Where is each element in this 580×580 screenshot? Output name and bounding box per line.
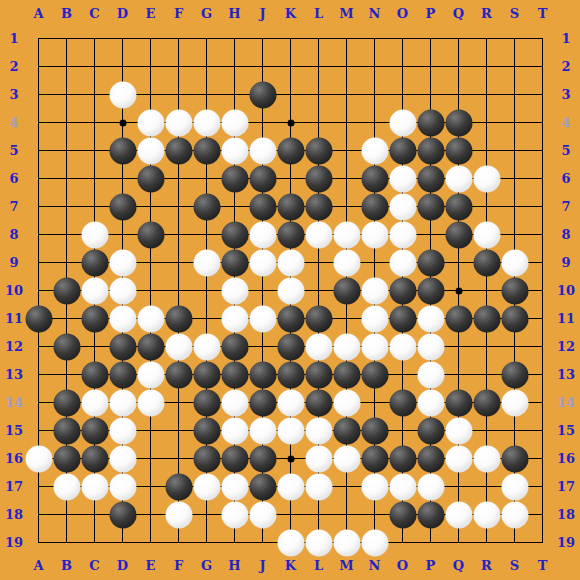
stone-white <box>277 529 304 556</box>
stone-black <box>417 193 444 220</box>
coord-label-right-12: 12 <box>552 338 580 356</box>
stone-black <box>277 333 304 360</box>
coord-label-bottom-E: E <box>137 557 165 575</box>
stone-white <box>221 473 248 500</box>
coord-label-left-14: 14 <box>0 394 28 412</box>
stone-black <box>249 193 276 220</box>
stone-black <box>333 417 360 444</box>
stone-white <box>305 221 332 248</box>
coord-label-right-17: 17 <box>552 478 580 496</box>
stone-black <box>249 445 276 472</box>
stone-black <box>53 277 80 304</box>
stone-black <box>165 137 192 164</box>
coord-label-right-9: 9 <box>552 254 580 272</box>
stone-black <box>305 137 332 164</box>
stone-black <box>305 193 332 220</box>
stone-black <box>473 389 500 416</box>
coord-label-bottom-O: O <box>389 557 417 575</box>
stone-black <box>417 165 444 192</box>
coord-label-top-D: D <box>109 5 137 23</box>
stone-black <box>361 165 388 192</box>
coord-label-right-6: 6 <box>552 170 580 188</box>
stone-black <box>333 361 360 388</box>
stone-black <box>109 333 136 360</box>
stone-white <box>137 305 164 332</box>
stone-white <box>137 109 164 136</box>
coord-label-left-10: 10 <box>0 282 28 300</box>
stone-white <box>417 361 444 388</box>
stone-white <box>445 501 472 528</box>
stone-black <box>277 193 304 220</box>
go-board[interactable]: AABBCCDDEEFFGGHHJJKKLLMMNNOOPPQQRRSSTT11… <box>0 0 580 580</box>
stone-black <box>193 445 220 472</box>
stone-white <box>109 81 136 108</box>
stone-white <box>277 417 304 444</box>
stone-black <box>165 305 192 332</box>
coord-label-bottom-K: K <box>277 557 305 575</box>
stone-black <box>417 109 444 136</box>
stone-white <box>333 221 360 248</box>
stone-black <box>193 361 220 388</box>
coord-label-left-9: 9 <box>0 254 28 272</box>
stone-white <box>305 417 332 444</box>
stone-white <box>221 389 248 416</box>
coord-label-left-3: 3 <box>0 86 28 104</box>
coord-label-bottom-H: H <box>221 557 249 575</box>
stone-black <box>277 137 304 164</box>
stone-white <box>165 501 192 528</box>
coord-label-right-13: 13 <box>552 366 580 384</box>
coord-label-top-P: P <box>417 5 445 23</box>
stone-white <box>333 529 360 556</box>
stone-black <box>109 501 136 528</box>
coord-label-right-8: 8 <box>552 226 580 244</box>
stone-white <box>389 193 416 220</box>
coord-label-bottom-L: L <box>305 557 333 575</box>
stone-white <box>109 445 136 472</box>
stone-black <box>361 417 388 444</box>
stone-white <box>305 445 332 472</box>
stone-black <box>221 333 248 360</box>
coord-label-left-4: 4 <box>0 114 28 132</box>
stone-white <box>333 445 360 472</box>
coord-label-right-4: 4 <box>552 114 580 132</box>
stone-black <box>221 361 248 388</box>
coord-label-left-7: 7 <box>0 198 28 216</box>
coord-label-right-15: 15 <box>552 422 580 440</box>
stone-black <box>417 501 444 528</box>
stone-white <box>389 249 416 276</box>
stone-white <box>193 249 220 276</box>
coord-label-right-14: 14 <box>552 394 580 412</box>
stone-white <box>361 529 388 556</box>
coord-label-top-K: K <box>277 5 305 23</box>
stone-black <box>165 473 192 500</box>
coord-label-top-T: T <box>529 5 557 23</box>
stone-black <box>389 501 416 528</box>
stone-white <box>25 445 52 472</box>
stone-black <box>473 305 500 332</box>
stone-black <box>249 81 276 108</box>
stone-black <box>389 305 416 332</box>
stone-white <box>417 473 444 500</box>
stone-white <box>137 389 164 416</box>
stone-white <box>277 249 304 276</box>
stone-black <box>193 193 220 220</box>
stone-white <box>445 445 472 472</box>
stone-black <box>501 305 528 332</box>
stone-black <box>221 249 248 276</box>
stone-black <box>277 221 304 248</box>
stone-white <box>81 221 108 248</box>
stone-black <box>417 277 444 304</box>
stone-black <box>445 137 472 164</box>
coord-label-top-A: A <box>25 5 53 23</box>
stone-black <box>445 193 472 220</box>
stone-white <box>277 473 304 500</box>
stone-white <box>193 109 220 136</box>
coord-label-left-16: 16 <box>0 450 28 468</box>
stone-black <box>277 361 304 388</box>
stone-white <box>277 277 304 304</box>
stone-black <box>501 361 528 388</box>
stone-black <box>249 165 276 192</box>
stone-black <box>81 445 108 472</box>
coord-label-left-17: 17 <box>0 478 28 496</box>
stone-white <box>53 473 80 500</box>
coord-label-right-19: 19 <box>552 534 580 552</box>
coord-label-bottom-A: A <box>25 557 53 575</box>
coord-label-top-J: J <box>249 5 277 23</box>
stone-white <box>109 473 136 500</box>
stone-white <box>361 473 388 500</box>
stone-black <box>193 417 220 444</box>
stone-black <box>445 389 472 416</box>
coord-label-top-M: M <box>333 5 361 23</box>
coord-label-top-N: N <box>361 5 389 23</box>
stone-black <box>501 277 528 304</box>
coord-label-bottom-N: N <box>361 557 389 575</box>
coord-label-left-12: 12 <box>0 338 28 356</box>
coord-label-right-3: 3 <box>552 86 580 104</box>
stone-white <box>389 473 416 500</box>
coord-label-left-5: 5 <box>0 142 28 160</box>
stone-white <box>109 249 136 276</box>
stone-black <box>137 333 164 360</box>
stone-black <box>249 389 276 416</box>
stone-black <box>109 137 136 164</box>
stone-black <box>417 249 444 276</box>
stone-black <box>81 417 108 444</box>
stone-black <box>417 445 444 472</box>
coord-label-left-18: 18 <box>0 506 28 524</box>
stone-white <box>221 277 248 304</box>
stone-white <box>445 165 472 192</box>
coord-label-top-R: R <box>473 5 501 23</box>
star-point <box>287 455 294 462</box>
coord-label-right-18: 18 <box>552 506 580 524</box>
stone-white <box>333 333 360 360</box>
stone-white <box>473 501 500 528</box>
coord-label-bottom-J: J <box>249 557 277 575</box>
coord-label-top-L: L <box>305 5 333 23</box>
stone-black <box>445 109 472 136</box>
stone-black <box>445 305 472 332</box>
stone-white <box>81 277 108 304</box>
coord-label-left-11: 11 <box>0 310 28 328</box>
coord-label-left-2: 2 <box>0 58 28 76</box>
stone-white <box>473 445 500 472</box>
stone-white <box>193 473 220 500</box>
stone-white <box>221 305 248 332</box>
coord-label-bottom-P: P <box>417 557 445 575</box>
stone-white <box>501 249 528 276</box>
coord-label-bottom-F: F <box>165 557 193 575</box>
stone-white <box>417 305 444 332</box>
stone-white <box>417 389 444 416</box>
stone-black <box>249 361 276 388</box>
coord-label-right-2: 2 <box>552 58 580 76</box>
stone-white <box>333 389 360 416</box>
stone-black <box>277 305 304 332</box>
stone-black <box>305 305 332 332</box>
stone-black <box>389 389 416 416</box>
coord-label-bottom-R: R <box>473 557 501 575</box>
stone-white <box>81 473 108 500</box>
coord-label-right-10: 10 <box>552 282 580 300</box>
coord-label-top-S: S <box>501 5 529 23</box>
coord-label-right-16: 16 <box>552 450 580 468</box>
stone-black <box>417 417 444 444</box>
stone-black <box>221 221 248 248</box>
coord-label-left-1: 1 <box>0 30 28 48</box>
stone-white <box>249 249 276 276</box>
stone-white <box>361 277 388 304</box>
coord-label-bottom-Q: Q <box>445 557 473 575</box>
stone-white <box>165 333 192 360</box>
stone-white <box>389 221 416 248</box>
coord-label-top-O: O <box>389 5 417 23</box>
coord-label-top-B: B <box>53 5 81 23</box>
stone-black <box>53 389 80 416</box>
stone-black <box>305 361 332 388</box>
stone-white <box>361 221 388 248</box>
star-point <box>119 119 126 126</box>
stone-black <box>221 165 248 192</box>
coord-label-bottom-B: B <box>53 557 81 575</box>
coord-label-right-11: 11 <box>552 310 580 328</box>
stone-white <box>417 333 444 360</box>
stone-white <box>389 109 416 136</box>
stone-white <box>501 389 528 416</box>
stone-white <box>249 221 276 248</box>
stone-white <box>389 333 416 360</box>
stone-black <box>473 249 500 276</box>
stone-white <box>165 109 192 136</box>
stone-black <box>109 193 136 220</box>
coord-label-top-H: H <box>221 5 249 23</box>
stone-black <box>333 277 360 304</box>
stone-white <box>361 137 388 164</box>
stone-black <box>25 305 52 332</box>
stone-black <box>221 445 248 472</box>
stone-white <box>249 305 276 332</box>
coord-label-bottom-C: C <box>81 557 109 575</box>
stone-white <box>249 137 276 164</box>
stone-black <box>417 137 444 164</box>
coord-label-top-E: E <box>137 5 165 23</box>
stone-white <box>109 417 136 444</box>
coord-label-left-13: 13 <box>0 366 28 384</box>
stone-black <box>137 165 164 192</box>
coord-label-left-19: 19 <box>0 534 28 552</box>
coord-label-left-15: 15 <box>0 422 28 440</box>
stone-black <box>305 389 332 416</box>
coord-label-top-F: F <box>165 5 193 23</box>
stone-white <box>109 389 136 416</box>
stone-black <box>305 165 332 192</box>
stone-black <box>81 361 108 388</box>
stone-white <box>221 501 248 528</box>
coord-label-left-6: 6 <box>0 170 28 188</box>
stone-white <box>473 165 500 192</box>
stone-white <box>249 417 276 444</box>
stone-black <box>361 193 388 220</box>
stone-white <box>389 165 416 192</box>
stone-white <box>501 473 528 500</box>
stone-white <box>109 305 136 332</box>
coord-label-bottom-M: M <box>333 557 361 575</box>
stone-white <box>445 417 472 444</box>
star-point <box>287 119 294 126</box>
stone-black <box>389 445 416 472</box>
stone-black <box>137 221 164 248</box>
stone-white <box>473 221 500 248</box>
coord-label-bottom-D: D <box>109 557 137 575</box>
stone-white <box>305 473 332 500</box>
coord-label-right-1: 1 <box>552 30 580 48</box>
coord-label-bottom-S: S <box>501 557 529 575</box>
stone-white <box>305 333 332 360</box>
stone-white <box>361 333 388 360</box>
stone-white <box>137 137 164 164</box>
stone-white <box>109 277 136 304</box>
stone-black <box>193 389 220 416</box>
coord-label-bottom-G: G <box>193 557 221 575</box>
stone-black <box>361 445 388 472</box>
stone-white <box>277 389 304 416</box>
stone-black <box>81 305 108 332</box>
grid-line-vertical <box>542 38 543 543</box>
stone-white <box>193 333 220 360</box>
star-point <box>455 287 462 294</box>
coord-label-right-7: 7 <box>552 198 580 216</box>
coord-label-bottom-T: T <box>529 557 557 575</box>
stone-black <box>389 277 416 304</box>
stone-white <box>333 249 360 276</box>
stone-black <box>361 361 388 388</box>
coord-label-right-5: 5 <box>552 142 580 160</box>
stone-white <box>221 417 248 444</box>
stone-white <box>221 109 248 136</box>
stone-black <box>501 445 528 472</box>
stone-black <box>53 417 80 444</box>
stone-white <box>221 137 248 164</box>
stone-black <box>249 473 276 500</box>
coord-label-top-C: C <box>81 5 109 23</box>
stone-white <box>501 501 528 528</box>
stone-white <box>249 501 276 528</box>
stone-white <box>305 529 332 556</box>
stone-white <box>81 389 108 416</box>
stone-white <box>137 361 164 388</box>
stone-black <box>53 333 80 360</box>
coord-label-left-8: 8 <box>0 226 28 244</box>
stone-white <box>361 305 388 332</box>
stone-black <box>81 249 108 276</box>
stone-black <box>109 361 136 388</box>
coord-label-top-G: G <box>193 5 221 23</box>
stone-black <box>389 137 416 164</box>
coord-label-top-Q: Q <box>445 5 473 23</box>
stone-black <box>193 137 220 164</box>
stone-black <box>445 221 472 248</box>
stone-black <box>165 361 192 388</box>
stone-black <box>53 445 80 472</box>
